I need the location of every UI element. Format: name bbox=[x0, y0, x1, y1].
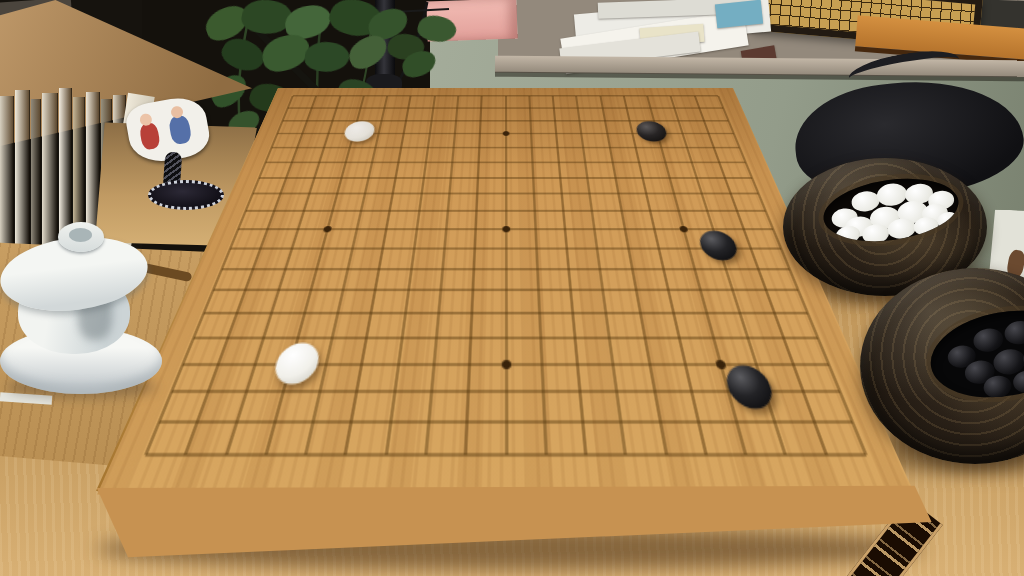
photo-figure-red bbox=[139, 122, 161, 151]
book-spine bbox=[42, 93, 57, 254]
book-spine bbox=[31, 99, 40, 254]
bowl-stone-black bbox=[1003, 319, 1024, 347]
book-spine bbox=[0, 96, 13, 254]
go-board-photo-scene bbox=[0, 0, 1024, 576]
bowl-stone-white bbox=[835, 225, 861, 245]
photo-stand-base bbox=[148, 180, 224, 210]
book-spine bbox=[15, 90, 29, 254]
photo-figure-blue bbox=[168, 114, 193, 145]
black-bowl-opening bbox=[924, 300, 1024, 409]
gaiwan-lid-knob-hole bbox=[69, 228, 92, 242]
bowl-stone-black bbox=[972, 326, 1006, 354]
white-bowl-opening bbox=[819, 171, 962, 249]
